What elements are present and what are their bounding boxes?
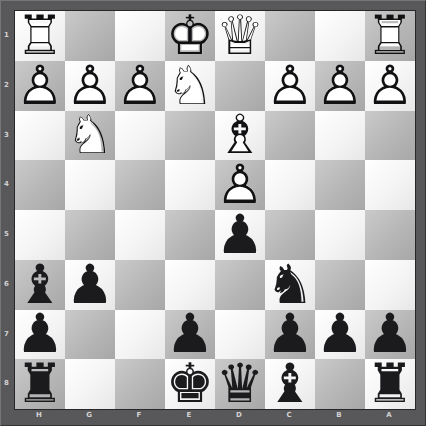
square-f4[interactable] [115, 160, 165, 210]
file-label-e: E [164, 411, 214, 419]
queen-icon: ♕ [215, 11, 265, 61]
piece-white-pawn[interactable]: ♟♙ [265, 61, 315, 111]
square-h3[interactable] [15, 111, 65, 161]
square-b4[interactable] [315, 160, 365, 210]
piece-white-pawn[interactable]: ♟♙ [15, 61, 65, 111]
square-a2[interactable]: ♟♙ [365, 61, 415, 111]
rank-label-5: 5 [0, 230, 13, 238]
square-d6[interactable] [215, 260, 265, 310]
square-c4[interactable] [265, 160, 315, 210]
file-label-d: D [214, 411, 264, 419]
square-g4[interactable] [65, 160, 115, 210]
knight-icon: ♘ [165, 61, 215, 111]
piece-white-pawn[interactable]: ♟♙ [315, 61, 365, 111]
file-label-a: A [364, 411, 414, 419]
rank-label-8: 8 [0, 379, 13, 387]
file-label-h: H [14, 411, 64, 419]
piece-black-bishop[interactable]: ♝ [265, 359, 315, 409]
square-e8[interactable]: ♚ [165, 359, 215, 409]
pawn-icon: ♙ [115, 61, 165, 111]
square-h4[interactable] [15, 160, 65, 210]
pawn-icon: ♙ [365, 61, 415, 111]
file-label-b: B [314, 411, 364, 419]
square-a3[interactable] [365, 111, 415, 161]
piece-black-rook[interactable]: ♜ [15, 359, 65, 409]
pawn-icon: ♙ [265, 61, 315, 111]
square-h8[interactable]: ♜ [15, 359, 65, 409]
square-e4[interactable] [165, 160, 215, 210]
file-label-c: C [264, 411, 314, 419]
square-g6[interactable]: ♟ [65, 260, 115, 310]
square-f2[interactable]: ♟♙ [115, 61, 165, 111]
square-f3[interactable] [115, 111, 165, 161]
piece-white-knight[interactable]: ♞♘ [65, 111, 115, 161]
square-b3[interactable] [315, 111, 365, 161]
square-e2[interactable]: ♞♘ [165, 61, 215, 111]
square-b2[interactable]: ♟♙ [315, 61, 365, 111]
square-f5[interactable] [115, 210, 165, 260]
rank-label-6: 6 [0, 280, 13, 288]
chess-board[interactable]: ♜♖♚♔♛♕♜♖♟♙♟♙♟♙♞♘♟♙♟♙♟♙♞♘♝♗♟♙♟♝♟♞♟♟♟♟♟♜♚♛… [14, 10, 416, 410]
piece-black-rook[interactable]: ♜ [365, 359, 415, 409]
square-b8[interactable] [315, 359, 365, 409]
piece-black-queen[interactable]: ♛ [215, 359, 265, 409]
rank-label-3: 3 [0, 131, 13, 139]
square-d1[interactable]: ♛♕ [215, 11, 265, 61]
square-e5[interactable] [165, 210, 215, 260]
square-d5[interactable]: ♟ [215, 210, 265, 260]
square-f6[interactable] [115, 260, 165, 310]
file-label-f: F [114, 411, 164, 419]
pawn-icon: ♙ [15, 61, 65, 111]
knight-icon: ♘ [65, 111, 115, 161]
square-c2[interactable]: ♟♙ [265, 61, 315, 111]
square-g7[interactable] [65, 310, 115, 360]
chess-diagram: ♜♖♚♔♛♕♜♖♟♙♟♙♟♙♞♘♟♙♟♙♟♙♞♘♝♗♟♙♟♝♟♞♟♟♟♟♟♜♚♛… [0, 0, 426, 426]
rank-label-7: 7 [0, 330, 13, 338]
square-g3[interactable]: ♞♘ [65, 111, 115, 161]
rank-label-4: 4 [0, 180, 13, 188]
square-h2[interactable]: ♟♙ [15, 61, 65, 111]
rank-label-1: 1 [0, 31, 13, 39]
square-b7[interactable]: ♟ [315, 310, 365, 360]
piece-black-king[interactable]: ♚ [165, 359, 215, 409]
piece-white-knight[interactable]: ♞♘ [165, 61, 215, 111]
pawn-icon: ♙ [315, 61, 365, 111]
square-g8[interactable] [65, 359, 115, 409]
piece-black-pawn[interactable]: ♟ [315, 310, 365, 360]
square-d8[interactable]: ♛ [215, 359, 265, 409]
square-a5[interactable] [365, 210, 415, 260]
piece-black-pawn[interactable]: ♟ [65, 260, 115, 310]
square-f8[interactable] [115, 359, 165, 409]
square-e3[interactable] [165, 111, 215, 161]
piece-white-pawn[interactable]: ♟♙ [365, 61, 415, 111]
square-c3[interactable] [265, 111, 315, 161]
piece-white-queen[interactable]: ♛♕ [215, 11, 265, 61]
square-f7[interactable] [115, 310, 165, 360]
square-a4[interactable] [365, 160, 415, 210]
rank-label-2: 2 [0, 81, 13, 89]
square-c8[interactable]: ♝ [265, 359, 315, 409]
piece-black-pawn[interactable]: ♟ [215, 210, 265, 260]
square-b5[interactable] [315, 210, 365, 260]
file-label-g: G [64, 411, 114, 419]
piece-white-pawn[interactable]: ♟♙ [115, 61, 165, 111]
square-a8[interactable]: ♜ [365, 359, 415, 409]
